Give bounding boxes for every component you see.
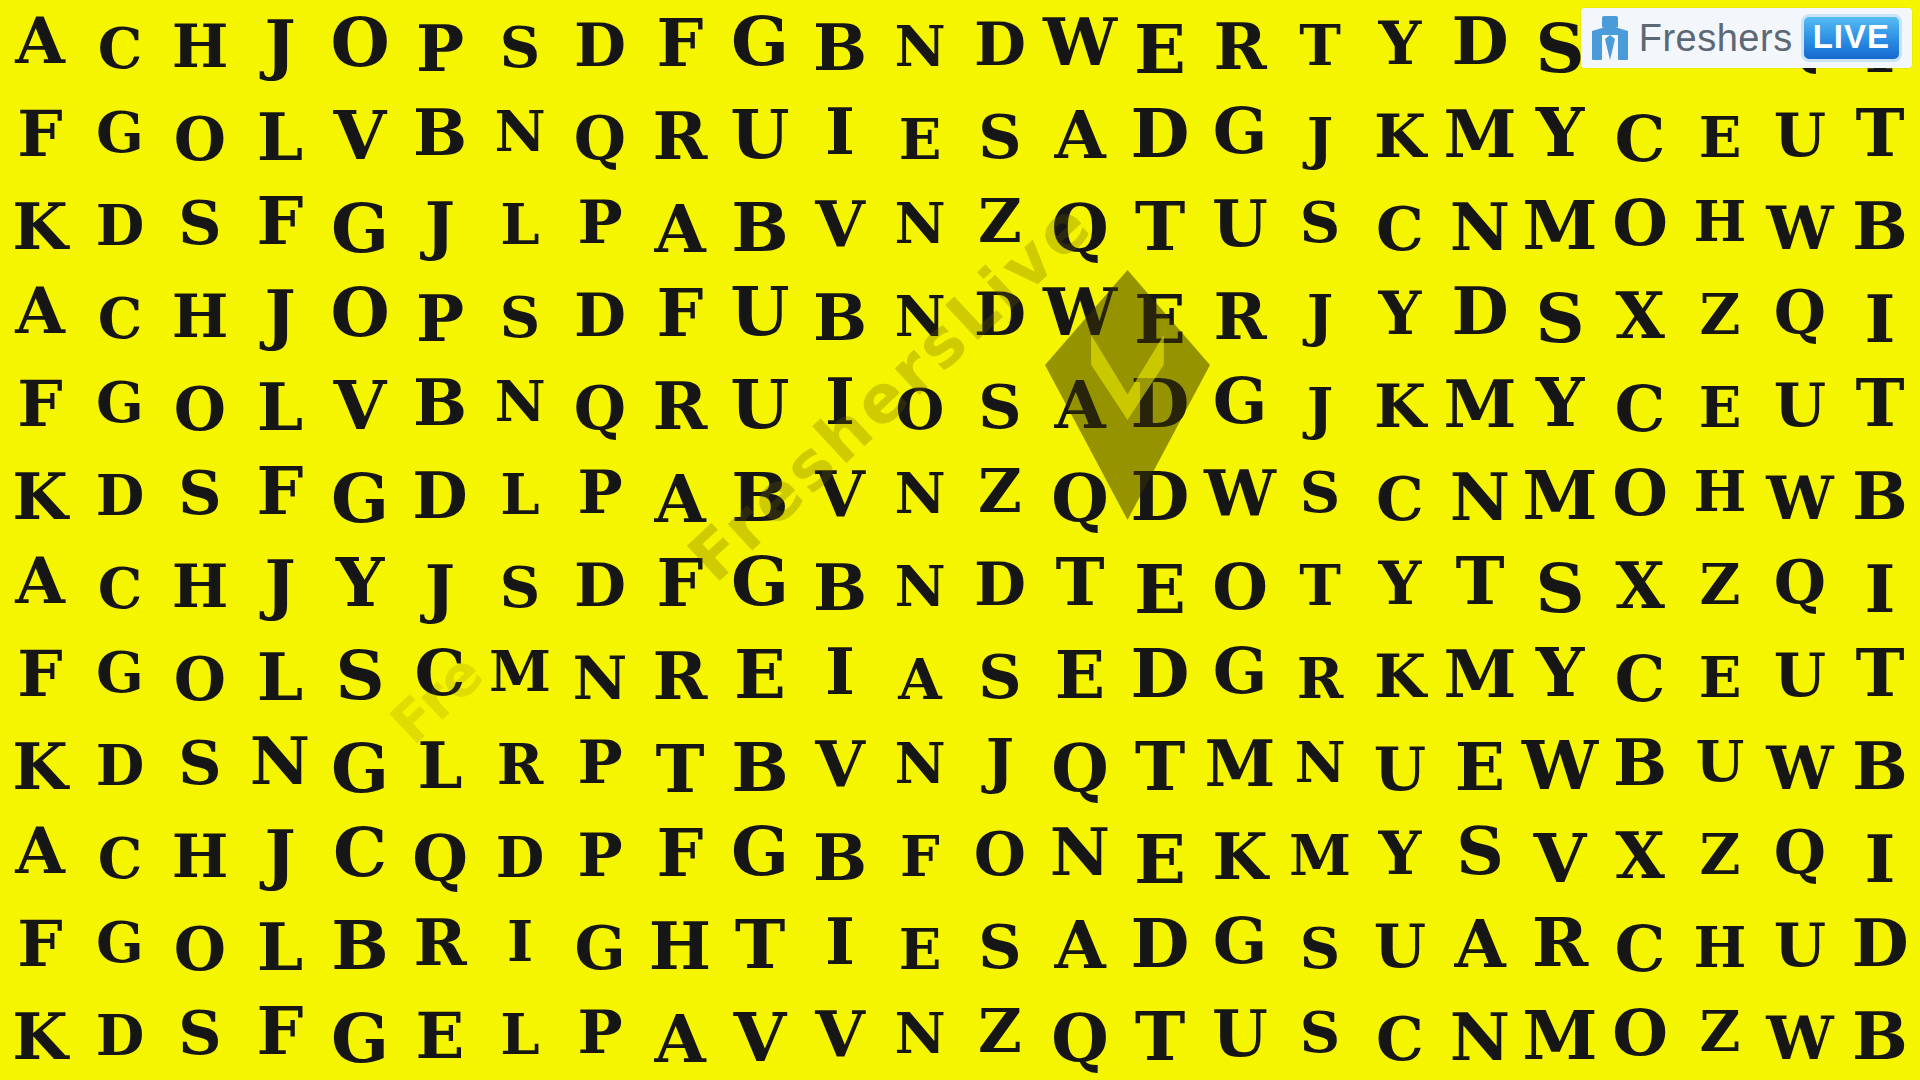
grid-cell-r2c10: U <box>720 89 800 179</box>
grid-cell-r7c24: I <box>1840 544 1920 634</box>
grid-cell-r3c18: C <box>1360 184 1440 274</box>
grid-cell-r1c2: C <box>80 3 160 93</box>
grid-cell-r12c4: F <box>240 986 320 1076</box>
grid-cell-r4c19: D <box>1440 266 1520 356</box>
grid-cell-r11c5: B <box>320 900 400 990</box>
grid-cell-r10c22: Z <box>1680 809 1760 899</box>
grid-cell-r2c16: G <box>1200 86 1280 176</box>
grid-cell-r12c14: Q <box>1040 993 1120 1080</box>
grid-cell-r2c2: G <box>80 87 160 177</box>
grid-cell-r9c16: M <box>1200 719 1280 809</box>
grid-cell-r3c20: M <box>1520 180 1600 270</box>
grid-cell-r12c6: E <box>400 991 480 1080</box>
grid-cell-r7c10: G <box>720 536 800 626</box>
grid-cell-r4c24: I <box>1840 274 1920 364</box>
grid-cell-r3c14: Q <box>1040 183 1120 273</box>
grid-cell-r10c24: I <box>1840 814 1920 904</box>
grid-cell-r9c20: W <box>1520 720 1600 810</box>
grid-cell-r5c9: R <box>640 361 720 451</box>
grid-cell-r12c10: V <box>720 992 800 1080</box>
grid-cell-r3c1: K <box>0 182 80 272</box>
grid-cell-r10c4: J <box>240 809 320 899</box>
grid-cell-r10c6: Q <box>400 814 480 904</box>
grid-cell-r12c7: L <box>480 989 560 1079</box>
grid-cell-r4c7: S <box>480 272 560 362</box>
grid-cell-r9c9: T <box>640 724 720 814</box>
grid-cell-r11c15: D <box>1120 898 1200 988</box>
grid-cell-r4c1: A <box>0 266 80 356</box>
logo-live-badge: LIVE <box>1801 14 1902 62</box>
grid-cell-r10c20: V <box>1520 813 1600 903</box>
grid-cell-r1c3: H <box>160 1 240 91</box>
grid-cell-r5c17: J <box>1280 363 1360 453</box>
grid-cell-r12c2: D <box>80 990 160 1080</box>
grid-cell-r11c2: G <box>80 897 160 987</box>
grid-cell-r7c3: H <box>160 541 240 631</box>
grid-cell-r4c16: R <box>1200 272 1280 362</box>
grid-cell-r12c1: K <box>0 992 80 1080</box>
grid-cell-r12c16: U <box>1200 989 1280 1079</box>
grid-cell-r8c18: K <box>1360 631 1440 721</box>
grid-cell-r9c19: E <box>1440 722 1520 812</box>
grid-cell-r9c17: N <box>1280 717 1360 807</box>
grid-cell-r2c8: Q <box>560 93 640 183</box>
grid-cell-r9c21: B <box>1600 718 1680 808</box>
grid-cell-r3c19: N <box>1440 182 1520 272</box>
grid-cell-r8c15: D <box>1120 628 1200 718</box>
grid-cell-r1c19: D <box>1440 0 1520 86</box>
grid-cell-r5c23: U <box>1760 360 1840 450</box>
grid-cell-r8c17: R <box>1280 633 1360 723</box>
grid-cell-r2c14: A <box>1040 90 1120 180</box>
grid-cell-r8c12: A <box>880 634 960 724</box>
grid-cell-r1c14: W <box>1040 0 1120 87</box>
grid-cell-r7c13: D <box>960 539 1040 629</box>
grid-cell-r3c6: J <box>400 181 480 271</box>
grid-cell-r2c12: E <box>880 94 960 184</box>
grid-cell-r1c11: B <box>800 3 880 93</box>
grid-cell-r11c19: A <box>1440 899 1520 989</box>
grid-cell-r9c22: U <box>1680 716 1760 806</box>
grid-cell-r4c13: D <box>960 269 1040 359</box>
grid-cell-r6c7: L <box>480 449 560 539</box>
grid-cell-r6c18: C <box>1360 454 1440 544</box>
grid-cell-r11c7: I <box>480 896 560 986</box>
grid-cell-r10c17: M <box>1280 810 1360 900</box>
grid-cell-r11c12: E <box>880 904 960 994</box>
grid-cell-r5c2: G <box>80 357 160 447</box>
grid-cell-r2c9: R <box>640 91 720 181</box>
grid-cell-r2c15: D <box>1120 88 1200 178</box>
fresherslive-person-icon <box>1589 15 1631 61</box>
grid-cell-r10c5: C <box>320 807 400 897</box>
grid-cell-r7c14: T <box>1040 537 1120 627</box>
grid-cell-r12c15: T <box>1120 991 1200 1080</box>
grid-cell-r4c18: Y <box>1360 268 1440 358</box>
grid-cell-r12c24: B <box>1840 991 1920 1080</box>
fresherslive-logo: Freshers LIVE <box>1581 8 1912 68</box>
grid-cell-r8c16: G <box>1200 626 1280 716</box>
grid-cell-r6c11: V <box>800 450 880 540</box>
grid-cell-r6c21: O <box>1600 448 1680 538</box>
grid-cell-r6c15: D <box>1120 451 1200 541</box>
grid-cell-r3c4: F <box>240 176 320 266</box>
grid-cell-r10c13: O <box>960 809 1040 899</box>
grid-cell-r6c23: W <box>1760 453 1840 543</box>
grid-cell-r6c5: G <box>320 453 400 543</box>
grid-cell-r9c12: N <box>880 718 960 808</box>
grid-cell-r11c13: S <box>960 902 1040 992</box>
grid-cell-r1c4: J <box>240 0 320 89</box>
grid-cell-r1c18: Y <box>1360 0 1440 88</box>
grid-cell-r6c2: D <box>80 450 160 540</box>
grid-cell-r11c3: O <box>160 904 240 994</box>
grid-cell-r6c13: Z <box>960 446 1040 536</box>
grid-cell-r9c8: P <box>560 717 640 807</box>
grid-cell-r3c15: T <box>1120 181 1200 271</box>
grid-cell-r9c5: G <box>320 723 400 813</box>
grid-cell-r6c3: S <box>160 448 240 538</box>
grid-cell-r11c9: H <box>640 901 720 991</box>
grid-cell-r8c23: U <box>1760 630 1840 720</box>
grid-cell-r6c16: W <box>1200 449 1280 539</box>
grid-cell-r2c7: N <box>480 86 560 176</box>
grid-cell-r6c20: M <box>1520 450 1600 540</box>
grid-cell-r2c20: Y <box>1520 87 1600 177</box>
grid-cell-r10c16: K <box>1200 812 1280 902</box>
grid-cell-r6c6: D <box>400 451 480 541</box>
grid-cell-r7c7: S <box>480 542 560 632</box>
grid-cell-r8c21: C <box>1600 634 1680 724</box>
grid-cell-r6c8: P <box>560 447 640 537</box>
grid-cell-r1c9: F <box>640 0 720 88</box>
grid-cell-r2c18: K <box>1360 91 1440 181</box>
grid-cell-r4c12: N <box>880 271 960 361</box>
grid-cell-r5c16: G <box>1200 356 1280 446</box>
grid-cell-r7c12: N <box>880 541 960 631</box>
grid-cell-r2c23: U <box>1760 90 1840 180</box>
grid-cell-r3c13: Z <box>960 176 1040 266</box>
grid-cell-r7c17: T <box>1280 540 1360 630</box>
grid-cell-r12c13: Z <box>960 986 1040 1076</box>
grid-cell-r12c12: N <box>880 988 960 1078</box>
grid-cell-r4c8: D <box>560 270 640 360</box>
grid-cell-r9c11: V <box>800 720 880 810</box>
grid-cell-r7c4: J <box>240 539 320 629</box>
grid-cell-r9c2: D <box>80 720 160 810</box>
grid-cell-r1c17: T <box>1280 0 1360 90</box>
grid-cell-r12c11: V <box>800 990 880 1080</box>
grid-cell-r6c22: H <box>1680 446 1760 536</box>
grid-cell-r5c15: D <box>1120 358 1200 448</box>
grid-cell-r5c4: L <box>240 362 320 452</box>
grid-cell-r2c24: T <box>1840 88 1920 178</box>
grid-cell-r3c16: U <box>1200 179 1280 269</box>
grid-cell-r5c7: N <box>480 356 560 446</box>
grid-cell-r3c12: N <box>880 178 960 268</box>
grid-cell-r9c4: N <box>240 716 320 806</box>
grid-cell-r11c10: T <box>720 899 800 989</box>
grid-cell-r10c12: F <box>880 811 960 901</box>
grid-cell-r7c15: E <box>1120 544 1200 634</box>
grid-cell-r11c17: S <box>1280 903 1360 993</box>
grid-cell-r3c17: S <box>1280 177 1360 267</box>
grid-cell-r12c17: S <box>1280 987 1360 1077</box>
grid-cell-r10c18: Y <box>1360 808 1440 898</box>
grid-cell-r10c10: G <box>720 806 800 896</box>
grid-cell-r2c17: J <box>1280 93 1360 183</box>
grid-cell-r1c10: G <box>720 0 800 86</box>
grid-cell-r3c5: G <box>320 183 400 273</box>
grid-cell-r7c6: J <box>400 544 480 634</box>
grid-cell-r6c4: F <box>240 446 320 536</box>
grid-cell-r4c4: J <box>240 269 320 359</box>
grid-cell-r9c6: L <box>400 721 480 811</box>
grid-cell-r5c20: Y <box>1520 357 1600 447</box>
grid-cell-r9c13: J <box>960 716 1040 806</box>
grid-cell-r9c1: K <box>0 722 80 812</box>
grid-cell-r4c21: X <box>1600 271 1680 361</box>
grid-cell-r3c3: S <box>160 178 240 268</box>
grid-cell-r7c21: X <box>1600 541 1680 631</box>
grid-cell-r7c11: B <box>800 543 880 633</box>
grid-cell-r7c8: D <box>560 540 640 630</box>
grid-cell-r3c11: V <box>800 180 880 270</box>
grid-cell-r2c3: O <box>160 94 240 184</box>
grid-cell-r5c18: K <box>1360 361 1440 451</box>
grid-cell-r5c13: S <box>960 362 1040 452</box>
grid-cell-r10c19: S <box>1440 806 1520 896</box>
grid-cell-r11c24: D <box>1840 898 1920 988</box>
grid-cell-r8c20: Y <box>1520 627 1600 717</box>
grid-cell-r12c22: Z <box>1680 986 1760 1076</box>
grid-cell-r8c3: O <box>160 634 240 724</box>
grid-cell-r6c1: K <box>0 452 80 542</box>
grid-cell-r8c22: E <box>1680 632 1760 722</box>
grid-cell-r1c15: E <box>1120 4 1200 94</box>
grid-cell-r8c13: S <box>960 632 1040 722</box>
grid-cell-r11c4: L <box>240 902 320 992</box>
grid-cell-r10c15: E <box>1120 814 1200 904</box>
grid-cell-r7c18: Y <box>1360 538 1440 628</box>
grid-cell-r8c8: N <box>560 633 640 723</box>
grid-cell-r12c5: G <box>320 993 400 1080</box>
grid-cell-r2c1: F <box>0 89 80 179</box>
grid-cell-r5c8: Q <box>560 363 640 453</box>
grid-cell-r7c2: C <box>80 543 160 633</box>
grid-cell-r6c19: N <box>1440 452 1520 542</box>
grid-cell-r12c19: N <box>1440 992 1520 1080</box>
grid-cell-r7c9: F <box>640 538 720 628</box>
grid-cell-r2c13: S <box>960 92 1040 182</box>
grid-cell-r4c17: J <box>1280 270 1360 360</box>
grid-cell-r5c3: O <box>160 364 240 454</box>
grid-cell-r4c15: E <box>1120 274 1200 364</box>
grid-cell-r6c24: B <box>1840 451 1920 541</box>
grid-cell-r10c21: X <box>1600 811 1680 901</box>
grid-cell-r2c5: V <box>320 90 400 180</box>
grid-cell-r4c11: B <box>800 273 880 363</box>
grid-cell-r12c20: M <box>1520 990 1600 1080</box>
grid-cell-r4c9: F <box>640 268 720 358</box>
grid-cell-r4c20: S <box>1520 273 1600 363</box>
grid-cell-r3c23: W <box>1760 183 1840 273</box>
grid-cell-r6c10: B <box>720 452 800 542</box>
logo-wordmark: Freshers <box>1639 17 1793 60</box>
grid-cell-r6c9: A <box>640 454 720 544</box>
grid-cell-r12c23: W <box>1760 993 1840 1080</box>
grid-cell-r1c6: P <box>400 4 480 94</box>
grid-cell-r10c1: A <box>0 806 80 896</box>
grid-cell-r11c8: G <box>560 903 640 993</box>
grid-cell-r11c11: I <box>800 897 880 987</box>
grid-cell-r10c9: F <box>640 808 720 898</box>
grid-cell-r5c21: C <box>1600 364 1680 454</box>
grid-cell-r6c17: S <box>1280 447 1360 537</box>
word-search-puzzle: ACHJOPSDFGBNDWERTYDSXZQIFGOLVBNQRUIESADG… <box>0 0 1920 1080</box>
grid-cell-r7c20: S <box>1520 543 1600 633</box>
grid-cell-r5c10: U <box>720 359 800 449</box>
grid-cell-r5c6: B <box>400 358 480 448</box>
grid-cell-r7c5: Y <box>320 537 400 627</box>
grid-cell-r3c21: O <box>1600 178 1680 268</box>
grid-cell-r8c19: M <box>1440 629 1520 719</box>
grid-cell-r1c13: D <box>960 0 1040 89</box>
grid-cell-r11c14: A <box>1040 900 1120 990</box>
grid-cell-r9c23: W <box>1760 723 1840 813</box>
grid-cell-r10c7: D <box>480 812 560 902</box>
grid-cell-r5c11: I <box>800 357 880 447</box>
grid-cell-r4c23: Q <box>1760 267 1840 357</box>
grid-cell-r4c22: Z <box>1680 269 1760 359</box>
grid-cell-r4c3: H <box>160 271 240 361</box>
grid-cell-r4c6: P <box>400 274 480 364</box>
grid-cell-r5c1: F <box>0 359 80 449</box>
grid-cell-r9c7: R <box>480 719 560 809</box>
grid-cell-r8c24: T <box>1840 628 1920 718</box>
grid-cell-r8c5: S <box>320 630 400 720</box>
grid-cell-r12c21: O <box>1600 988 1680 1078</box>
grid-cell-r12c3: S <box>160 988 240 1078</box>
grid-cell-r6c12: N <box>880 448 960 538</box>
grid-cell-r10c14: N <box>1040 807 1120 897</box>
grid-cell-r3c9: A <box>640 184 720 274</box>
grid-cell-r9c3: S <box>160 718 240 808</box>
grid-cell-r1c16: R <box>1200 2 1280 92</box>
grid-cell-r11c22: H <box>1680 902 1760 992</box>
grid-cell-r11c18: U <box>1360 901 1440 991</box>
grid-cell-r11c23: U <box>1760 900 1840 990</box>
grid-cell-r5c24: T <box>1840 358 1920 448</box>
grid-cell-r10c3: H <box>160 811 240 901</box>
grid-cell-r1c1: A <box>0 0 80 86</box>
grid-cell-r11c1: F <box>0 899 80 989</box>
grid-cell-r9c18: U <box>1360 724 1440 814</box>
grid-cell-r10c2: C <box>80 813 160 903</box>
grid-cell-r9c24: B <box>1840 721 1920 811</box>
grid-cell-r2c21: C <box>1600 94 1680 184</box>
grid-cell-r5c19: M <box>1440 359 1520 449</box>
grid-cell-r7c16: O <box>1200 542 1280 632</box>
grid-cell-r2c22: E <box>1680 92 1760 182</box>
grid-cell-r8c1: F <box>0 629 80 719</box>
grid-cell-r7c22: Z <box>1680 539 1760 629</box>
grid-cell-r7c23: Q <box>1760 537 1840 627</box>
grid-cell-r3c7: L <box>480 179 560 269</box>
letter-grid: ACHJOPSDFGBNDWERTYDSXZQIFGOLVBNQRUIESADG… <box>0 0 1920 1080</box>
grid-cell-r3c8: P <box>560 177 640 267</box>
grid-cell-r12c18: C <box>1360 994 1440 1080</box>
grid-cell-r2c11: I <box>800 87 880 177</box>
grid-cell-r8c14: E <box>1040 630 1120 720</box>
grid-cell-r3c24: B <box>1840 181 1920 271</box>
grid-cell-r2c4: L <box>240 92 320 182</box>
grid-cell-r9c15: T <box>1120 721 1200 811</box>
grid-cell-r8c2: G <box>80 627 160 717</box>
grid-cell-r10c11: B <box>800 813 880 903</box>
grid-cell-r8c11: I <box>800 627 880 717</box>
grid-cell-r3c2: D <box>80 180 160 270</box>
grid-cell-r8c7: M <box>480 626 560 716</box>
grid-cell-r4c2: C <box>80 273 160 363</box>
grid-cell-r5c14: A <box>1040 360 1120 450</box>
grid-cell-r7c19: T <box>1440 536 1520 626</box>
grid-cell-r9c14: Q <box>1040 723 1120 813</box>
grid-cell-r10c23: Q <box>1760 807 1840 897</box>
grid-cell-r2c6: B <box>400 88 480 178</box>
grid-cell-r11c20: R <box>1520 897 1600 987</box>
grid-cell-r8c6: C <box>400 628 480 718</box>
grid-cell-r12c8: P <box>560 987 640 1077</box>
grid-cell-r5c12: O <box>880 364 960 454</box>
grid-cell-r1c8: D <box>560 0 640 90</box>
grid-cell-r5c22: E <box>1680 362 1760 452</box>
grid-cell-r1c7: S <box>480 2 560 92</box>
grid-cell-r11c6: R <box>400 898 480 988</box>
grid-cell-r1c5: O <box>320 0 400 87</box>
grid-cell-r12c9: A <box>640 994 720 1080</box>
grid-cell-r9c10: B <box>720 722 800 812</box>
grid-cell-r1c12: N <box>880 1 960 91</box>
grid-cell-r3c22: H <box>1680 176 1760 266</box>
grid-cell-r8c9: R <box>640 631 720 721</box>
grid-cell-r3c10: B <box>720 182 800 272</box>
grid-cell-r7c1: A <box>0 536 80 626</box>
grid-cell-r4c10: U <box>720 266 800 356</box>
grid-cell-r11c16: G <box>1200 896 1280 986</box>
grid-cell-r10c8: P <box>560 810 640 900</box>
grid-cell-r11c21: C <box>1600 904 1680 994</box>
grid-cell-r8c4: L <box>240 632 320 722</box>
grid-cell-r4c14: W <box>1040 267 1120 357</box>
grid-cell-r2c19: M <box>1440 89 1520 179</box>
grid-cell-r4c5: O <box>320 267 400 357</box>
grid-cell-r8c10: E <box>720 629 800 719</box>
grid-cell-r6c14: Q <box>1040 453 1120 543</box>
grid-cell-r5c5: V <box>320 360 400 450</box>
